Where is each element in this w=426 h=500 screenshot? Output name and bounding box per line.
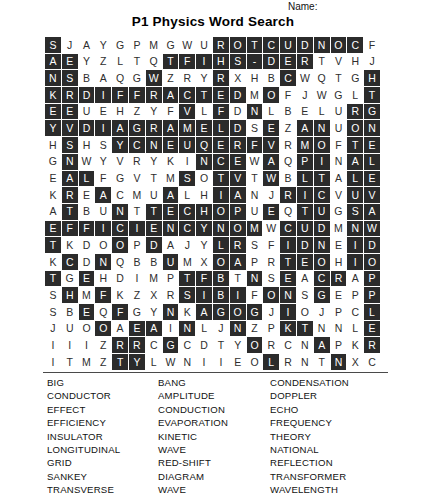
grid-cell[interactable]: N — [331, 321, 347, 337]
grid-cell[interactable]: U — [297, 221, 313, 237]
grid-cell[interactable]: J — [364, 54, 380, 70]
grid-cell[interactable]: Y — [196, 221, 212, 237]
grid-cell[interactable]: W — [263, 221, 279, 237]
grid-cell[interactable]: V — [129, 171, 145, 187]
grid-cell[interactable]: R — [213, 70, 229, 86]
grid-cell[interactable]: I — [62, 337, 78, 353]
grid-cell[interactable]: N — [213, 221, 229, 237]
grid-cell[interactable]: F — [112, 87, 128, 103]
grid-cell[interactable]: D — [79, 87, 95, 103]
grid-cell[interactable]: O — [263, 87, 279, 103]
grid-cell[interactable]: N — [196, 154, 212, 170]
grid-cell[interactable]: J — [297, 87, 313, 103]
grid-cell[interactable]: Q — [112, 70, 128, 86]
grid-cell[interactable]: C — [179, 221, 195, 237]
grid-cell[interactable]: C — [213, 154, 229, 170]
grid-cell[interactable]: T — [213, 171, 229, 187]
grid-cell[interactable]: C — [280, 337, 296, 353]
grid-cell[interactable]: D — [79, 254, 95, 270]
grid-cell[interactable]: A — [331, 171, 347, 187]
grid-cell[interactable]: I — [213, 354, 229, 370]
grid-cell[interactable]: A — [45, 204, 61, 220]
grid-cell[interactable]: O — [247, 337, 263, 353]
grid-cell[interactable]: C — [129, 137, 145, 153]
grid-cell[interactable]: X — [230, 70, 246, 86]
grid-cell[interactable]: U — [247, 204, 263, 220]
grid-cell[interactable]: Z — [95, 337, 111, 353]
grid-cell[interactable]: E — [163, 204, 179, 220]
grid-cell[interactable]: D — [196, 337, 212, 353]
grid-cell[interactable]: E — [297, 254, 313, 270]
grid-cell[interactable]: R — [331, 271, 347, 287]
grid-cell[interactable]: F — [112, 304, 128, 320]
grid-cell[interactable]: P — [331, 337, 347, 353]
grid-cell[interactable]: J — [62, 37, 78, 53]
grid-cell[interactable]: T — [364, 87, 380, 103]
grid-cell[interactable]: V — [62, 120, 78, 136]
grid-cell[interactable]: S — [247, 237, 263, 253]
grid-cell[interactable]: E — [280, 271, 296, 287]
grid-cell[interactable]: A — [230, 254, 246, 270]
grid-cell[interactable]: V — [112, 154, 128, 170]
grid-cell[interactable]: E — [79, 304, 95, 320]
grid-cell[interactable]: S — [95, 137, 111, 153]
grid-cell[interactable]: H — [79, 137, 95, 153]
grid-cell[interactable]: G — [112, 37, 128, 53]
grid-cell[interactable]: N — [364, 120, 380, 136]
grid-cell[interactable]: A — [112, 120, 128, 136]
grid-cell[interactable]: S — [179, 287, 195, 303]
grid-cell[interactable]: W — [146, 70, 162, 86]
grid-cell[interactable]: U — [347, 187, 363, 203]
grid-cell[interactable]: A — [297, 120, 313, 136]
grid-cell[interactable]: H — [112, 104, 128, 120]
grid-cell[interactable]: A — [163, 237, 179, 253]
grid-cell[interactable]: F — [62, 221, 78, 237]
grid-cell[interactable]: N — [247, 104, 263, 120]
grid-cell[interactable]: H — [196, 187, 212, 203]
grid-cell[interactable]: G — [314, 287, 330, 303]
grid-cell[interactable]: I — [163, 321, 179, 337]
grid-cell[interactable]: R — [62, 187, 78, 203]
grid-cell[interactable]: S — [247, 120, 263, 136]
grid-cell[interactable]: H — [331, 254, 347, 270]
grid-cell[interactable]: O — [79, 321, 95, 337]
grid-cell[interactable]: D — [79, 237, 95, 253]
grid-cell[interactable]: V — [230, 171, 246, 187]
grid-cell[interactable]: N — [179, 354, 195, 370]
grid-cell[interactable]: I — [196, 54, 212, 70]
grid-cell[interactable]: F — [280, 87, 296, 103]
grid-cell[interactable]: Q — [95, 304, 111, 320]
grid-cell[interactable]: I — [196, 287, 212, 303]
grid-cell[interactable]: O — [230, 221, 246, 237]
grid-cell[interactable]: E — [364, 171, 380, 187]
grid-cell[interactable]: Q — [112, 254, 128, 270]
grid-cell[interactable]: T — [280, 254, 296, 270]
grid-cell[interactable]: T — [314, 54, 330, 70]
grid-cell[interactable]: R — [179, 70, 195, 86]
grid-cell[interactable]: B — [213, 271, 229, 287]
grid-cell[interactable]: A — [163, 87, 179, 103]
grid-cell[interactable]: M — [247, 87, 263, 103]
grid-cell[interactable]: Q — [196, 137, 212, 153]
grid-cell[interactable]: O — [263, 287, 279, 303]
grid-cell[interactable]: P — [347, 287, 363, 303]
grid-cell[interactable]: R — [129, 337, 145, 353]
grid-cell[interactable]: K — [347, 337, 363, 353]
grid-cell[interactable]: U — [163, 254, 179, 270]
grid-cell[interactable]: I — [79, 337, 95, 353]
grid-cell[interactable]: Y — [146, 304, 162, 320]
grid-cell[interactable]: I — [347, 237, 363, 253]
grid-cell[interactable]: T — [146, 204, 162, 220]
grid-cell[interactable]: G — [112, 171, 128, 187]
grid-cell[interactable]: S — [297, 287, 313, 303]
grid-cell[interactable]: O — [95, 237, 111, 253]
grid-cell[interactable]: F — [247, 137, 263, 153]
grid-cell[interactable]: N — [247, 271, 263, 287]
grid-cell[interactable]: O — [314, 137, 330, 153]
grid-cell[interactable]: F — [163, 104, 179, 120]
grid-cell[interactable]: I — [45, 337, 61, 353]
grid-cell[interactable]: N — [95, 254, 111, 270]
grid-cell[interactable]: D — [112, 271, 128, 287]
grid-cell[interactable]: O — [230, 37, 246, 53]
grid-cell[interactable]: S — [230, 54, 246, 70]
grid-cell[interactable]: G — [213, 304, 229, 320]
grid-cell[interactable]: R — [230, 137, 246, 153]
grid-cell[interactable]: C — [364, 354, 380, 370]
grid-cell[interactable]: F — [247, 287, 263, 303]
grid-cell[interactable]: B — [213, 287, 229, 303]
grid-cell[interactable]: D — [79, 120, 95, 136]
grid-cell[interactable]: C — [280, 70, 296, 86]
grid-cell[interactable]: R — [263, 254, 279, 270]
grid-cell[interactable]: C — [146, 337, 162, 353]
grid-cell[interactable]: E — [213, 87, 229, 103]
grid-cell[interactable]: H — [45, 137, 61, 153]
grid-cell[interactable]: F — [179, 54, 195, 70]
grid-cell[interactable]: A — [347, 271, 363, 287]
grid-cell[interactable]: P — [129, 37, 145, 53]
grid-cell[interactable]: U — [95, 204, 111, 220]
grid-cell[interactable]: Y — [146, 154, 162, 170]
grid-cell[interactable]: T — [230, 271, 246, 287]
grid-cell[interactable]: W — [314, 87, 330, 103]
grid-cell[interactable]: R — [280, 354, 296, 370]
grid-cell[interactable]: W — [364, 221, 380, 237]
grid-cell[interactable]: N — [331, 354, 347, 370]
grid-cell[interactable]: Z — [280, 120, 296, 136]
grid-cell[interactable]: I — [45, 354, 61, 370]
grid-cell[interactable]: Y — [45, 120, 61, 136]
grid-cell[interactable]: N — [163, 304, 179, 320]
grid-cell[interactable]: N — [146, 137, 162, 153]
grid-cell[interactable]: L — [297, 171, 313, 187]
grid-cell[interactable]: C — [179, 204, 195, 220]
grid-cell[interactable]: T — [112, 354, 128, 370]
grid-cell[interactable]: E — [331, 237, 347, 253]
grid-cell[interactable]: M — [179, 254, 195, 270]
grid-cell[interactable]: P — [163, 271, 179, 287]
grid-cell[interactable]: L — [347, 321, 363, 337]
grid-cell[interactable]: I — [230, 287, 246, 303]
grid-cell[interactable]: L — [347, 171, 363, 187]
grid-cell[interactable]: M — [297, 137, 313, 153]
grid-cell[interactable]: Y — [129, 354, 145, 370]
grid-cell[interactable]: R — [213, 37, 229, 53]
grid-cell[interactable]: O — [331, 37, 347, 53]
grid-cell[interactable]: C — [347, 304, 363, 320]
grid-cell[interactable]: E — [263, 204, 279, 220]
grid-cell[interactable]: L — [146, 354, 162, 370]
grid-cell[interactable]: D — [230, 87, 246, 103]
grid-cell[interactable]: I — [314, 154, 330, 170]
grid-cell[interactable]: A — [364, 204, 380, 220]
grid-cell[interactable]: F — [95, 171, 111, 187]
grid-cell[interactable]: L — [347, 87, 363, 103]
grid-cell[interactable]: C — [280, 221, 296, 237]
grid-cell[interactable]: L — [179, 187, 195, 203]
grid-cell[interactable]: E — [45, 221, 61, 237]
grid-cell[interactable]: A — [95, 70, 111, 86]
grid-cell[interactable]: Y — [230, 337, 246, 353]
grid-cell[interactable]: B — [146, 254, 162, 270]
grid-cell[interactable]: A — [230, 187, 246, 203]
grid-cell[interactable]: R — [263, 337, 279, 353]
grid-cell[interactable]: P — [331, 304, 347, 320]
grid-cell[interactable]: E — [45, 104, 61, 120]
grid-cell[interactable]: T — [297, 321, 313, 337]
grid-cell[interactable]: L — [314, 104, 330, 120]
grid-cell[interactable]: T — [297, 204, 313, 220]
grid-cell[interactable]: K — [45, 254, 61, 270]
grid-cell[interactable]: I — [95, 221, 111, 237]
grid-cell[interactable]: T — [129, 54, 145, 70]
grid-cell[interactable]: I — [297, 187, 313, 203]
grid-cell[interactable]: L — [364, 154, 380, 170]
grid-cell[interactable]: C — [314, 187, 330, 203]
grid-cell[interactable]: A — [95, 187, 111, 203]
grid-cell[interactable]: G — [331, 204, 347, 220]
grid-cell[interactable]: K — [45, 87, 61, 103]
grid-cell[interactable]: X — [196, 254, 212, 270]
grid-cell[interactable]: N — [247, 187, 263, 203]
grid-cell[interactable]: O — [213, 254, 229, 270]
grid-cell[interactable]: L — [213, 120, 229, 136]
grid-cell[interactable]: C — [62, 254, 78, 270]
grid-cell[interactable]: R — [62, 87, 78, 103]
grid-cell[interactable]: U — [79, 104, 95, 120]
grid-cell[interactable]: C — [112, 187, 128, 203]
grid-cell[interactable]: C — [179, 87, 195, 103]
grid-cell[interactable]: T — [247, 171, 263, 187]
grid-cell[interactable]: U — [331, 120, 347, 136]
grid-cell[interactable]: Y — [95, 37, 111, 53]
grid-cell[interactable]: C — [314, 271, 330, 287]
grid-cell[interactable]: G — [364, 104, 380, 120]
grid-cell[interactable]: Q — [314, 70, 330, 86]
grid-cell[interactable]: I — [213, 187, 229, 203]
grid-cell[interactable]: A — [263, 154, 279, 170]
grid-cell[interactable]: W — [297, 70, 313, 86]
grid-cell[interactable]: N — [280, 287, 296, 303]
grid-cell[interactable]: F — [263, 237, 279, 253]
grid-cell[interactable]: P — [230, 204, 246, 220]
grid-cell[interactable]: H — [364, 70, 380, 86]
grid-cell[interactable]: S — [62, 137, 78, 153]
grid-cell[interactable]: E — [364, 321, 380, 337]
grid-cell[interactable]: L — [112, 54, 128, 70]
grid-cell[interactable]: H — [196, 204, 212, 220]
grid-cell[interactable]: A — [79, 37, 95, 53]
grid-cell[interactable]: D — [230, 120, 246, 136]
grid-cell[interactable]: O — [230, 304, 246, 320]
grid-cell[interactable]: E — [364, 137, 380, 153]
grid-cell[interactable]: A — [347, 154, 363, 170]
grid-cell[interactable]: Z — [129, 287, 145, 303]
grid-cell[interactable]: K — [45, 187, 61, 203]
grid-cell[interactable]: N — [163, 221, 179, 237]
grid-cell[interactable]: K — [280, 321, 296, 337]
grid-cell[interactable]: D — [263, 54, 279, 70]
grid-cell[interactable]: E — [79, 271, 95, 287]
grid-cell[interactable]: M — [331, 221, 347, 237]
grid-cell[interactable]: X — [347, 354, 363, 370]
grid-cell[interactable]: T — [331, 70, 347, 86]
grid-cell[interactable]: F — [213, 104, 229, 120]
grid-cell[interactable]: K — [62, 237, 78, 253]
grid-cell[interactable]: C — [347, 37, 363, 53]
grid-cell[interactable]: W — [163, 354, 179, 370]
grid-cell[interactable]: - — [247, 54, 263, 70]
grid-cell[interactable]: T — [196, 87, 212, 103]
grid-cell[interactable]: R — [146, 87, 162, 103]
grid-cell[interactable]: O — [196, 171, 212, 187]
grid-cell[interactable]: S — [62, 70, 78, 86]
grid-cell[interactable]: S — [45, 304, 61, 320]
grid-cell[interactable]: S — [45, 37, 61, 53]
grid-cell[interactable]: B — [263, 70, 279, 86]
grid-cell[interactable]: N — [314, 237, 330, 253]
grid-cell[interactable]: W — [263, 171, 279, 187]
grid-cell[interactable]: N — [230, 321, 246, 337]
grid-cell[interactable]: N — [112, 204, 128, 220]
grid-cell[interactable]: A — [112, 321, 128, 337]
grid-cell[interactable]: T — [213, 337, 229, 353]
grid-cell[interactable]: I — [196, 354, 212, 370]
grid-cell[interactable]: T — [347, 137, 363, 153]
grid-cell[interactable]: D — [146, 237, 162, 253]
grid-cell[interactable]: O — [213, 204, 229, 220]
grid-cell[interactable]: T — [146, 171, 162, 187]
grid-cell[interactable]: D — [230, 104, 246, 120]
grid-cell[interactable]: N — [45, 70, 61, 86]
grid-cell[interactable]: M — [129, 187, 145, 203]
grid-cell[interactable]: R — [230, 237, 246, 253]
grid-cell[interactable]: W — [247, 154, 263, 170]
grid-cell[interactable]: I — [95, 120, 111, 136]
grid-cell[interactable]: Q — [280, 154, 296, 170]
grid-cell[interactable]: E — [45, 171, 61, 187]
grid-cell[interactable]: C — [112, 221, 128, 237]
grid-cell[interactable]: P — [247, 254, 263, 270]
grid-cell[interactable]: P — [263, 321, 279, 337]
grid-cell[interactable]: O — [247, 354, 263, 370]
grid-cell[interactable]: N — [314, 37, 330, 53]
grid-cell[interactable]: F — [331, 137, 347, 153]
grid-cell[interactable]: B — [280, 171, 296, 187]
grid-cell[interactable]: J — [213, 321, 229, 337]
grid-cell[interactable]: X — [146, 287, 162, 303]
grid-cell[interactable]: L — [196, 104, 212, 120]
grid-cell[interactable]: H — [347, 54, 363, 70]
grid-cell[interactable]: K — [163, 154, 179, 170]
grid-cell[interactable]: E — [146, 221, 162, 237]
grid-cell[interactable]: Z — [247, 321, 263, 337]
grid-cell[interactable]: I — [347, 254, 363, 270]
grid-cell[interactable]: N — [179, 321, 195, 337]
grid-cell[interactable]: E — [213, 137, 229, 153]
grid-cell[interactable]: M — [247, 221, 263, 237]
grid-cell[interactable]: N — [297, 337, 313, 353]
grid-cell[interactable]: B — [62, 304, 78, 320]
grid-cell[interactable]: R — [364, 337, 380, 353]
grid-cell[interactable]: A — [146, 321, 162, 337]
grid-cell[interactable]: Y — [95, 154, 111, 170]
grid-cell[interactable]: R — [280, 187, 296, 203]
grid-cell[interactable]: H — [213, 54, 229, 70]
grid-cell[interactable]: M — [163, 171, 179, 187]
grid-cell[interactable]: S — [179, 171, 195, 187]
grid-cell[interactable]: F — [79, 221, 95, 237]
grid-cell[interactable]: T — [129, 204, 145, 220]
grid-cell[interactable]: E — [163, 137, 179, 153]
grid-cell[interactable]: V — [331, 187, 347, 203]
grid-cell[interactable]: B — [280, 104, 296, 120]
grid-cell[interactable]: G — [45, 154, 61, 170]
grid-cell[interactable]: H — [247, 70, 263, 86]
grid-cell[interactable]: F — [95, 287, 111, 303]
grid-cell[interactable]: E — [230, 354, 246, 370]
grid-cell[interactable]: L — [79, 171, 95, 187]
grid-cell[interactable]: B — [79, 70, 95, 86]
grid-cell[interactable]: P — [297, 154, 313, 170]
grid-cell[interactable]: Y — [146, 104, 162, 120]
grid-cell[interactable]: W — [79, 154, 95, 170]
grid-cell[interactable]: Y — [196, 70, 212, 86]
grid-cell[interactable]: T — [45, 271, 61, 287]
grid-cell[interactable]: A — [163, 187, 179, 203]
grid-cell[interactable]: G — [331, 87, 347, 103]
grid-cell[interactable]: O — [314, 254, 330, 270]
grid-cell[interactable]: E — [297, 104, 313, 120]
grid-cell[interactable]: M — [146, 271, 162, 287]
grid-cell[interactable]: C — [179, 337, 195, 353]
grid-cell[interactable]: L — [364, 304, 380, 320]
grid-cell[interactable]: F — [364, 37, 380, 53]
grid-cell[interactable]: D — [297, 237, 313, 253]
grid-cell[interactable]: O — [112, 237, 128, 253]
grid-cell[interactable]: J — [263, 187, 279, 203]
grid-cell[interactable]: E — [230, 154, 246, 170]
grid-cell[interactable]: K — [179, 304, 195, 320]
grid-cell[interactable]: L — [263, 354, 279, 370]
grid-cell[interactable]: R — [297, 54, 313, 70]
grid-cell[interactable]: G — [62, 271, 78, 287]
grid-cell[interactable]: J — [45, 321, 61, 337]
